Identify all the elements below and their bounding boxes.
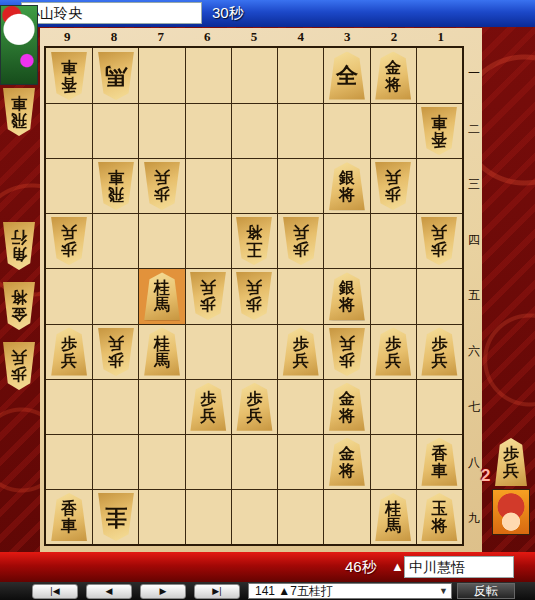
square-88[interactable]: [92, 434, 138, 489]
square-53[interactable]: [231, 158, 277, 213]
piece-gote[interactable]: 歩兵: [282, 217, 320, 265]
square-32[interactable]: [323, 103, 369, 158]
file-labels: 987654321: [44, 28, 464, 46]
square-45[interactable]: [277, 268, 323, 323]
square-67[interactable]: 歩兵: [185, 379, 231, 434]
piece-gote[interactable]: 圭: [97, 493, 135, 541]
square-15[interactable]: [416, 268, 462, 323]
square-13[interactable]: [416, 158, 462, 213]
hand-count-badge: 2: [481, 466, 490, 486]
piece-gote[interactable]: 歩兵: [143, 162, 181, 210]
piece-gote[interactable]: 歩兵: [97, 328, 135, 376]
square-63[interactable]: [185, 158, 231, 213]
square-47[interactable]: [277, 379, 323, 434]
square-78[interactable]: [138, 434, 184, 489]
flip-board-button[interactable]: 反転: [457, 583, 515, 599]
square-84[interactable]: [92, 213, 138, 268]
sente-timer: 46秒: [345, 558, 377, 577]
square-79[interactable]: [138, 489, 184, 544]
move-list-dropdown[interactable]: 141 ▲7五桂打 ▼: [248, 583, 452, 599]
piece-sente[interactable]: 歩兵: [189, 383, 227, 431]
square-51[interactable]: [231, 48, 277, 103]
piece-gote[interactable]: 馬: [97, 52, 135, 100]
square-76[interactable]: 桂馬: [138, 324, 184, 379]
square-25[interactable]: [370, 268, 416, 323]
piece-gote[interactable]: 王将: [235, 217, 273, 265]
square-81[interactable]: 馬: [92, 48, 138, 103]
square-19[interactable]: 玉将: [416, 489, 462, 544]
rank-label: 二: [466, 102, 482, 158]
gote-hand-piece-0[interactable]: 飛車: [2, 88, 38, 138]
square-34[interactable]: [323, 213, 369, 268]
piece-gote[interactable]: 角行: [2, 222, 36, 270]
last-move-button[interactable]: ▶|: [194, 584, 240, 599]
square-66[interactable]: [185, 324, 231, 379]
piece-sente[interactable]: 歩兵: [50, 328, 88, 376]
piece-sente[interactable]: 玉将: [420, 493, 458, 541]
square-21[interactable]: 金将: [370, 48, 416, 103]
square-65[interactable]: 歩兵: [185, 268, 231, 323]
square-18[interactable]: 香車: [416, 434, 462, 489]
piece-sente[interactable]: 歩兵: [282, 328, 320, 376]
piece-sente[interactable]: 銀将: [328, 272, 366, 320]
piece-gote[interactable]: 歩兵: [328, 328, 366, 376]
rank-label: 八: [466, 435, 482, 491]
piece-sente[interactable]: 銀将: [328, 162, 366, 210]
piece-gote[interactable]: 歩兵: [189, 272, 227, 320]
square-83[interactable]: 飛車: [92, 158, 138, 213]
file-label: 6: [184, 28, 231, 46]
square-29[interactable]: 桂馬: [370, 489, 416, 544]
piece-gote[interactable]: 歩兵: [50, 217, 88, 265]
sente-marker: ▲: [391, 559, 404, 574]
file-label: 7: [137, 28, 184, 46]
square-38[interactable]: 金将: [323, 434, 369, 489]
square-36[interactable]: 歩兵: [323, 324, 369, 379]
piece-sente[interactable]: 桂馬: [143, 328, 181, 376]
rank-label: 七: [466, 379, 482, 435]
current-move-label: 141 ▲7五桂打: [249, 583, 333, 600]
square-52[interactable]: [231, 103, 277, 158]
square-61[interactable]: [185, 48, 231, 103]
gote-player-name: 小山玲央: [21, 2, 202, 24]
square-14[interactable]: 歩兵: [416, 213, 462, 268]
square-72[interactable]: [138, 103, 184, 158]
board-grid: 香車馬全金将香車飛車歩兵銀将歩兵歩兵王将歩兵歩兵桂馬歩兵歩兵銀将歩兵歩兵桂馬歩兵…: [44, 46, 464, 546]
gote-avatar: [0, 5, 38, 85]
square-28[interactable]: [370, 434, 416, 489]
square-93[interactable]: [46, 158, 92, 213]
piece-gote[interactable]: 歩兵: [420, 217, 458, 265]
piece-gote[interactable]: 金将: [2, 282, 36, 330]
gote-hand-piece-1[interactable]: 角行: [2, 222, 38, 272]
square-58[interactable]: [231, 434, 277, 489]
file-label: 2: [371, 28, 418, 46]
square-91[interactable]: 香車: [46, 48, 92, 103]
square-86[interactable]: 歩兵: [92, 324, 138, 379]
square-89[interactable]: 圭: [92, 489, 138, 544]
square-71[interactable]: [138, 48, 184, 103]
piece-gote[interactable]: 歩兵: [374, 162, 412, 210]
square-94[interactable]: 歩兵: [46, 213, 92, 268]
square-35[interactable]: 銀将: [323, 268, 369, 323]
square-75[interactable]: 桂馬: [138, 268, 184, 323]
square-41[interactable]: [277, 48, 323, 103]
square-59[interactable]: [231, 489, 277, 544]
piece-sente[interactable]: 金将: [328, 383, 366, 431]
shogi-app: △ 小山玲央 30秒 987654321 香車馬全金将香車飛車歩兵銀将歩兵歩兵王…: [0, 0, 535, 600]
square-44[interactable]: 歩兵: [277, 213, 323, 268]
rank-label: 六: [466, 324, 482, 380]
first-move-button[interactable]: |◀: [32, 584, 78, 599]
sente-hand-piece-0[interactable]: 歩兵2: [494, 438, 530, 488]
piece-gote[interactable]: 歩兵: [235, 272, 273, 320]
square-12[interactable]: 香車: [416, 103, 462, 158]
file-label: 5: [231, 28, 278, 46]
gote-timer: 30秒: [212, 4, 244, 23]
file-label: 9: [44, 28, 91, 46]
file-label: 4: [277, 28, 324, 46]
piece-sente[interactable]: 桂馬: [143, 272, 181, 320]
square-48[interactable]: [277, 434, 323, 489]
square-85[interactable]: [92, 268, 138, 323]
gote-hand-tray: 飛車角行金将歩兵2: [2, 88, 40, 418]
sente-player-name: 中川慧悟: [404, 556, 514, 578]
square-54[interactable]: 王将: [231, 213, 277, 268]
square-43[interactable]: [277, 158, 323, 213]
rank-label: 一: [466, 46, 482, 102]
piece-sente[interactable]: 桂馬: [374, 493, 412, 541]
piece-sente[interactable]: 金将: [328, 438, 366, 486]
sente-player-bar: 46秒 ▲ 中川慧悟: [0, 552, 535, 582]
file-label: 1: [417, 28, 464, 46]
gote-player-bar: △ 小山玲央 30秒: [0, 0, 535, 27]
square-97[interactable]: [46, 379, 92, 434]
square-46[interactable]: 歩兵: [277, 324, 323, 379]
square-16[interactable]: 歩兵: [416, 324, 462, 379]
square-69[interactable]: [185, 489, 231, 544]
square-22[interactable]: [370, 103, 416, 158]
square-92[interactable]: [46, 103, 92, 158]
square-96[interactable]: 歩兵: [46, 324, 92, 379]
piece-sente[interactable]: 歩兵: [494, 438, 528, 486]
square-82[interactable]: [92, 103, 138, 158]
square-87[interactable]: [92, 379, 138, 434]
square-98[interactable]: [46, 434, 92, 489]
prev-move-button[interactable]: ◀: [86, 584, 132, 599]
sente-avatar: [492, 489, 530, 535]
square-99[interactable]: 香車: [46, 489, 92, 544]
shogi-board: 987654321 香車馬全金将香車飛車歩兵銀将歩兵歩兵王将歩兵歩兵桂馬歩兵歩兵…: [40, 28, 482, 552]
file-label: 3: [324, 28, 371, 46]
piece-gote[interactable]: 歩兵: [2, 342, 36, 390]
square-55[interactable]: 歩兵: [231, 268, 277, 323]
piece-sente[interactable]: 歩兵: [374, 328, 412, 376]
piece-sente[interactable]: 香車: [50, 493, 88, 541]
piece-gote[interactable]: 飛車: [2, 88, 36, 136]
square-64[interactable]: [185, 213, 231, 268]
square-42[interactable]: [277, 103, 323, 158]
gote-hand-piece-3[interactable]: 歩兵2: [2, 342, 38, 392]
rank-label: 九: [466, 490, 482, 546]
square-24[interactable]: [370, 213, 416, 268]
square-74[interactable]: [138, 213, 184, 268]
file-label: 8: [91, 28, 138, 46]
square-68[interactable]: [185, 434, 231, 489]
piece-gote[interactable]: 香車: [420, 107, 458, 155]
piece-sente[interactable]: 金将: [374, 52, 412, 100]
rank-label: 三: [466, 157, 482, 213]
piece-gote[interactable]: 飛車: [97, 162, 135, 210]
square-49[interactable]: [277, 489, 323, 544]
square-56[interactable]: [231, 324, 277, 379]
square-57[interactable]: 歩兵: [231, 379, 277, 434]
square-26[interactable]: 歩兵: [370, 324, 416, 379]
square-23[interactable]: 歩兵: [370, 158, 416, 213]
rank-label: 五: [466, 268, 482, 324]
square-31[interactable]: 全: [323, 48, 369, 103]
gote-hand-piece-2[interactable]: 金将: [2, 282, 38, 332]
square-33[interactable]: 銀将: [323, 158, 369, 213]
square-37[interactable]: 金将: [323, 379, 369, 434]
square-77[interactable]: [138, 379, 184, 434]
rank-label: 四: [466, 213, 482, 269]
piece-gote[interactable]: 香車: [50, 52, 88, 100]
square-39[interactable]: [323, 489, 369, 544]
next-move-button[interactable]: ▶: [140, 584, 186, 599]
square-73[interactable]: 歩兵: [138, 158, 184, 213]
square-17[interactable]: [416, 379, 462, 434]
square-27[interactable]: [370, 379, 416, 434]
square-62[interactable]: [185, 103, 231, 158]
dropdown-arrow-icon: ▼: [439, 586, 448, 596]
square-95[interactable]: [46, 268, 92, 323]
square-11[interactable]: [416, 48, 462, 103]
piece-sente[interactable]: 歩兵: [420, 328, 458, 376]
piece-sente[interactable]: 歩兵: [235, 383, 273, 431]
replay-controls: |◀ ◀ ▶ ▶| 141 ▲7五桂打 ▼ 反転: [0, 582, 535, 600]
piece-sente[interactable]: 香車: [420, 438, 458, 486]
piece-sente[interactable]: 全: [328, 52, 366, 100]
rank-labels: 一二三四五六七八九: [466, 46, 482, 546]
